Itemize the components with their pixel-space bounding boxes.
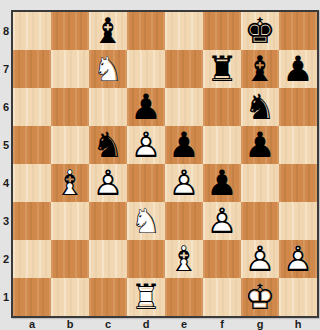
file-label-b: b	[51, 318, 89, 330]
piece-white-bishop[interactable]: ♝♗	[51, 164, 89, 202]
bishop-glyph-outline: ♗	[51, 164, 89, 202]
piece-black-knight[interactable]: ♞	[89, 126, 127, 164]
square-b7[interactable]	[51, 50, 89, 88]
square-d4[interactable]	[127, 164, 165, 202]
king-glyph-fill: ♚	[241, 278, 279, 316]
piece-white-pawn[interactable]: ♟♙	[127, 126, 165, 164]
square-h3[interactable]	[279, 202, 317, 240]
square-h8[interactable]	[279, 12, 317, 50]
piece-black-king[interactable]: ♚	[241, 12, 279, 50]
square-b8[interactable]	[51, 12, 89, 50]
square-d5[interactable]: ♟♙	[127, 126, 165, 164]
square-g1[interactable]: ♚♔	[241, 278, 279, 316]
king-glyph-outline: ♔	[241, 278, 279, 316]
piece-white-king[interactable]: ♚♔	[241, 278, 279, 316]
piece-white-pawn[interactable]: ♟♙	[89, 164, 127, 202]
square-a5[interactable]	[13, 126, 51, 164]
pawn-glyph-fill: ♟	[165, 126, 203, 164]
square-c7[interactable]: ♞♘	[89, 50, 127, 88]
knight-glyph-outline: ♘	[127, 202, 165, 240]
piece-white-pawn[interactable]: ♟♙	[241, 240, 279, 278]
pawn-glyph-outline: ♙	[279, 240, 317, 278]
square-b6[interactable]	[51, 88, 89, 126]
pawn-glyph-fill: ♟	[89, 164, 127, 202]
knight-glyph-fill: ♞	[89, 126, 127, 164]
file-label-f: f	[203, 318, 241, 330]
square-f5[interactable]	[203, 126, 241, 164]
piece-black-rook[interactable]: ♜	[203, 50, 241, 88]
knight-glyph-fill: ♞	[127, 202, 165, 240]
square-d7[interactable]	[127, 50, 165, 88]
square-h4[interactable]	[279, 164, 317, 202]
square-b4[interactable]: ♝♗	[51, 164, 89, 202]
bishop-glyph-fill: ♝	[51, 164, 89, 202]
pawn-glyph-outline: ♙	[165, 164, 203, 202]
square-c8[interactable]: ♝	[89, 12, 127, 50]
square-g2[interactable]: ♟♙	[241, 240, 279, 278]
square-d8[interactable]	[127, 12, 165, 50]
square-g8[interactable]: ♚	[241, 12, 279, 50]
square-f3[interactable]: ♟♙	[203, 202, 241, 240]
square-h1[interactable]	[279, 278, 317, 316]
square-d1[interactable]: ♜♖	[127, 278, 165, 316]
square-b3[interactable]	[51, 202, 89, 240]
pawn-glyph-fill: ♟	[241, 240, 279, 278]
pawn-glyph-fill: ♟	[127, 88, 165, 126]
pawn-glyph-fill: ♟	[279, 50, 317, 88]
piece-black-knight[interactable]: ♞	[241, 88, 279, 126]
bishop-glyph-fill: ♝	[89, 12, 127, 50]
square-b5[interactable]	[51, 126, 89, 164]
chess-board: ♝♚♞♘♜♝♟♟♞♞♟♙♟♟♝♗♟♙♟♙♟♞♘♟♙♝♗♟♙♟♙♜♖♚♔	[11, 10, 319, 318]
square-g7[interactable]: ♝	[241, 50, 279, 88]
piece-black-bishop[interactable]: ♝	[241, 50, 279, 88]
pawn-glyph-outline: ♙	[241, 240, 279, 278]
square-e4[interactable]: ♟♙	[165, 164, 203, 202]
square-e5[interactable]: ♟	[165, 126, 203, 164]
square-d2[interactable]	[127, 240, 165, 278]
knight-glyph-outline: ♘	[89, 50, 127, 88]
pawn-glyph-fill: ♟	[165, 164, 203, 202]
pawn-glyph-fill: ♟	[241, 126, 279, 164]
square-b1[interactable]	[51, 278, 89, 316]
bishop-glyph-outline: ♗	[165, 240, 203, 278]
pawn-glyph-fill: ♟	[127, 126, 165, 164]
square-a6[interactable]	[13, 88, 51, 126]
file-label-c: c	[89, 318, 127, 330]
piece-white-pawn[interactable]: ♟♙	[165, 164, 203, 202]
piece-white-rook[interactable]: ♜♖	[127, 278, 165, 316]
square-e7[interactable]	[165, 50, 203, 88]
piece-black-bishop[interactable]: ♝	[89, 12, 127, 50]
piece-black-pawn[interactable]: ♟	[203, 164, 241, 202]
square-a7[interactable]	[13, 50, 51, 88]
square-e2[interactable]: ♝♗	[165, 240, 203, 278]
piece-white-knight[interactable]: ♞♘	[127, 202, 165, 240]
file-label-h: h	[279, 318, 317, 330]
pawn-glyph-outline: ♙	[203, 202, 241, 240]
pawn-glyph-outline: ♙	[127, 126, 165, 164]
square-a8[interactable]	[13, 12, 51, 50]
square-g4[interactable]	[241, 164, 279, 202]
square-h5[interactable]	[279, 126, 317, 164]
square-c3[interactable]	[89, 202, 127, 240]
square-e3[interactable]	[165, 202, 203, 240]
square-a4[interactable]	[13, 164, 51, 202]
square-f7[interactable]: ♜	[203, 50, 241, 88]
square-a3[interactable]	[13, 202, 51, 240]
file-label-g: g	[241, 318, 279, 330]
square-d6[interactable]: ♟	[127, 88, 165, 126]
square-c2[interactable]	[89, 240, 127, 278]
knight-glyph-fill: ♞	[89, 50, 127, 88]
rook-glyph-fill: ♜	[203, 50, 241, 88]
square-g6[interactable]: ♞	[241, 88, 279, 126]
piece-white-knight[interactable]: ♞♘	[89, 50, 127, 88]
square-e1[interactable]	[165, 278, 203, 316]
rook-glyph-outline: ♖	[127, 278, 165, 316]
file-labels: abcdefgh	[13, 318, 317, 330]
square-g3[interactable]	[241, 202, 279, 240]
square-f4[interactable]: ♟	[203, 164, 241, 202]
square-c1[interactable]	[89, 278, 127, 316]
square-f1[interactable]	[203, 278, 241, 316]
bishop-glyph-fill: ♝	[241, 50, 279, 88]
square-h2[interactable]: ♟♙	[279, 240, 317, 278]
piece-white-pawn[interactable]: ♟♙	[203, 202, 241, 240]
square-b2[interactable]	[51, 240, 89, 278]
square-h7[interactable]: ♟	[279, 50, 317, 88]
square-g5[interactable]: ♟	[241, 126, 279, 164]
file-label-d: d	[127, 318, 165, 330]
piece-black-pawn[interactable]: ♟	[279, 50, 317, 88]
pawn-glyph-fill: ♟	[279, 240, 317, 278]
square-c4[interactable]: ♟♙	[89, 164, 127, 202]
square-c6[interactable]	[89, 88, 127, 126]
knight-glyph-fill: ♞	[241, 88, 279, 126]
pawn-glyph-outline: ♙	[89, 164, 127, 202]
bishop-glyph-fill: ♝	[165, 240, 203, 278]
piece-white-bishop[interactable]: ♝♗	[165, 240, 203, 278]
rook-glyph-fill: ♜	[127, 278, 165, 316]
square-e6[interactable]	[165, 88, 203, 126]
square-f2[interactable]	[203, 240, 241, 278]
pawn-glyph-fill: ♟	[203, 164, 241, 202]
piece-black-pawn[interactable]: ♟	[241, 126, 279, 164]
piece-white-pawn[interactable]: ♟♙	[279, 240, 317, 278]
file-label-a: a	[13, 318, 51, 330]
square-f6[interactable]	[203, 88, 241, 126]
square-c5[interactable]: ♞	[89, 126, 127, 164]
square-h6[interactable]	[279, 88, 317, 126]
piece-black-pawn[interactable]: ♟	[127, 88, 165, 126]
square-a1[interactable]	[13, 278, 51, 316]
king-glyph-fill: ♚	[241, 12, 279, 50]
square-e8[interactable]	[165, 12, 203, 50]
file-label-e: e	[165, 318, 203, 330]
square-d3[interactable]: ♞♘	[127, 202, 165, 240]
square-a2[interactable]	[13, 240, 51, 278]
square-f8[interactable]	[203, 12, 241, 50]
pawn-glyph-fill: ♟	[203, 202, 241, 240]
piece-black-pawn[interactable]: ♟	[165, 126, 203, 164]
